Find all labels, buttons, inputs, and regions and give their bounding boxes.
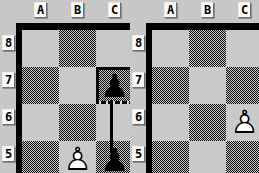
square-b8[interactable] bbox=[59, 30, 96, 67]
board-border-top bbox=[146, 23, 259, 30]
screen: ABC8765♟♟♟♙ ABC8765♟♙ bbox=[0, 0, 259, 173]
black-pawn-c5[interactable]: ♟ bbox=[96, 141, 130, 173]
file-label-c: C bbox=[108, 2, 121, 18]
file-label-a: A bbox=[34, 2, 47, 18]
white-pawn-c6[interactable]: ♟♙ bbox=[226, 104, 259, 141]
square-a7[interactable] bbox=[22, 67, 59, 104]
file-label-b: B bbox=[201, 2, 214, 18]
square-c6[interactable] bbox=[96, 104, 130, 141]
rank-label-8: 8 bbox=[2, 35, 15, 51]
square-b7[interactable] bbox=[189, 67, 226, 104]
board-border-top bbox=[16, 23, 130, 30]
square-a7[interactable] bbox=[152, 67, 189, 104]
rank-label-8: 8 bbox=[132, 35, 145, 51]
white-pawn-outline-glyph: ♙ bbox=[59, 142, 96, 173]
square-b7[interactable] bbox=[59, 67, 96, 104]
square-b6[interactable] bbox=[59, 104, 96, 141]
square-a8[interactable] bbox=[22, 30, 59, 67]
rank-label-7: 7 bbox=[2, 72, 15, 88]
square-c5[interactable] bbox=[226, 141, 259, 173]
square-c8[interactable] bbox=[226, 30, 259, 67]
square-c7[interactable] bbox=[226, 67, 259, 104]
black-pawn-c7[interactable]: ♟ bbox=[96, 67, 130, 104]
square-a5[interactable] bbox=[22, 141, 59, 173]
square-b8[interactable] bbox=[189, 30, 226, 67]
square-c8[interactable] bbox=[96, 30, 130, 67]
file-label-a: A bbox=[164, 2, 177, 18]
rank-label-7: 7 bbox=[132, 72, 145, 88]
square-a8[interactable] bbox=[152, 30, 189, 67]
chessboard-left-panel: ABC8765♟♟♟♙ bbox=[0, 0, 130, 173]
square-b6[interactable] bbox=[189, 104, 226, 141]
square-a6[interactable] bbox=[22, 104, 59, 141]
white-pawn-b5[interactable]: ♟♙ bbox=[59, 141, 96, 173]
square-a6[interactable] bbox=[152, 104, 189, 141]
rank-label-6: 6 bbox=[132, 109, 145, 125]
rank-label-6: 6 bbox=[2, 109, 15, 125]
file-label-c: C bbox=[238, 2, 251, 18]
white-pawn-outline-glyph: ♙ bbox=[226, 105, 259, 140]
chessboard-right-panel: ABC8765♟♙ bbox=[130, 0, 259, 173]
rank-label-5: 5 bbox=[2, 146, 15, 162]
square-b5[interactable] bbox=[189, 141, 226, 173]
rank-label-5: 5 bbox=[132, 146, 145, 162]
square-a5[interactable] bbox=[152, 141, 189, 173]
file-label-b: B bbox=[71, 2, 84, 18]
